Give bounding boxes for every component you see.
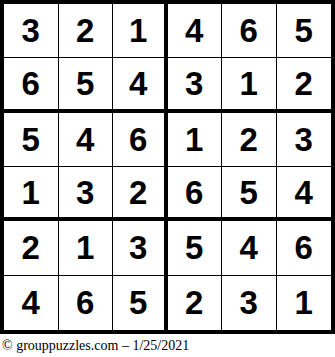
sudoku-cell-r5c3: 3 [113, 221, 168, 275]
sudoku-cell-r1c5: 6 [222, 4, 277, 58]
sudoku-cell-r1c2: 2 [59, 4, 114, 58]
sudoku-cell-r6c1: 4 [4, 276, 59, 330]
sudoku-cell-r2c5: 1 [222, 58, 277, 112]
sudoku-cell-r2c2: 5 [59, 58, 114, 112]
sudoku-cell-r5c4: 5 [168, 221, 223, 275]
sudoku-cell-r1c1: 3 [4, 4, 59, 58]
sudoku-cell-r6c2: 6 [59, 276, 114, 330]
sudoku-cell-r1c3: 1 [113, 4, 168, 58]
sudoku-cell-r5c1: 2 [4, 221, 59, 275]
sudoku-cell-r5c2: 1 [59, 221, 114, 275]
sudoku-cell-r4c1: 1 [4, 167, 59, 221]
sudoku-cell-r5c5: 4 [222, 221, 277, 275]
sudoku-cell-r3c3: 6 [113, 113, 168, 167]
sudoku-cell-r6c4: 2 [168, 276, 223, 330]
sudoku-cell-r2c3: 4 [113, 58, 168, 112]
sudoku-cell-r4c2: 3 [59, 167, 114, 221]
sudoku-cell-r4c5: 5 [222, 167, 277, 221]
sudoku-cell-r4c6: 4 [277, 167, 332, 221]
sudoku-cell-r3c2: 4 [59, 113, 114, 167]
sudoku-board: 321465654312546123132654213546465231 [0, 0, 335, 334]
sudoku-cell-r1c4: 4 [168, 4, 223, 58]
sudoku-cell-r6c3: 5 [113, 276, 168, 330]
sudoku-cell-r1c6: 5 [277, 4, 332, 58]
sudoku-cell-r2c4: 3 [168, 58, 223, 112]
sudoku-cell-r4c3: 2 [113, 167, 168, 221]
sudoku-cell-r3c1: 5 [4, 113, 59, 167]
sudoku-cell-r5c6: 6 [277, 221, 332, 275]
sudoku-cell-r3c6: 3 [277, 113, 332, 167]
sudoku-cell-r4c4: 6 [168, 167, 223, 221]
sudoku-cell-r3c4: 1 [168, 113, 223, 167]
sudoku-cell-r2c1: 6 [4, 58, 59, 112]
sudoku-cell-r3c5: 2 [222, 113, 277, 167]
sudoku-cell-r6c5: 3 [222, 276, 277, 330]
puzzle-page: 321465654312546123132654213546465231 © g… [0, 0, 335, 357]
sudoku-cell-r6c6: 1 [277, 276, 332, 330]
copyright-credit: © grouppuzzles.com – 1/25/2021 [2, 338, 333, 355]
sudoku-cell-r2c6: 2 [277, 58, 332, 112]
